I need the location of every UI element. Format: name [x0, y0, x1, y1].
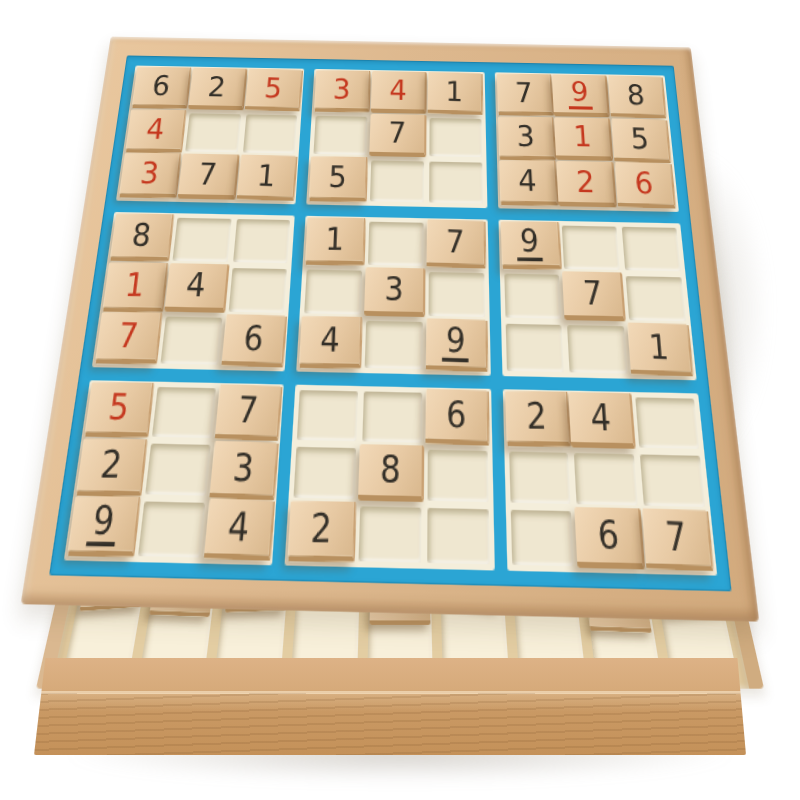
- cell-r3c3: 1: [238, 158, 294, 199]
- cell-r9c5: [359, 507, 422, 563]
- wood-grain-texture: [34, 693, 746, 755]
- cell-r5c4: [305, 269, 363, 315]
- cell-r1c8: 9: [554, 77, 608, 115]
- block-1-1: 6254371: [116, 66, 305, 205]
- cell-r6c2: [160, 317, 222, 365]
- tile-digit: 6: [151, 72, 172, 99]
- cell-r7c3: 7: [217, 388, 279, 439]
- tile-3-r1c4[interactable]: 3: [314, 70, 370, 112]
- tile-3-r8c3[interactable]: 3: [209, 440, 279, 500]
- tile-1-r1c6[interactable]: 1: [427, 72, 483, 115]
- tile-7-r7c3[interactable]: 7: [214, 384, 282, 441]
- cell-r8c1: 2: [78, 442, 145, 495]
- tile-7-r2c5[interactable]: 7: [369, 113, 426, 157]
- tile-digit: 2: [310, 509, 333, 549]
- tile-7-r9c9[interactable]: 7: [642, 508, 714, 571]
- tile-4-r2c1[interactable]: 4: [125, 109, 186, 152]
- tile-digit: 4: [145, 114, 166, 143]
- tile-7-r4c6[interactable]: 7: [426, 219, 486, 268]
- cell-r6c5: [365, 321, 423, 369]
- cell-r3c4: 5: [311, 160, 366, 202]
- cell-r7c2: [152, 387, 216, 438]
- cell-r1c4: 3: [316, 73, 369, 111]
- tile-digit: 7: [664, 516, 689, 557]
- cell-r4c3: [233, 219, 291, 263]
- tile-4-r6c4[interactable]: 4: [299, 317, 362, 369]
- tile-8-r1c9[interactable]: 8: [608, 75, 667, 118]
- tile-9-r1c8[interactable]: 9: [552, 74, 610, 117]
- tile-8-r4c1[interactable]: 8: [110, 214, 174, 262]
- tile-7-r3c2[interactable]: 7: [177, 154, 239, 200]
- cell-r6c1: 7: [97, 316, 160, 364]
- tile-digit: 3: [139, 158, 161, 188]
- cell-r2c1: 4: [127, 112, 184, 152]
- cell-r6c8: [568, 325, 628, 373]
- tile-digit: 1: [445, 77, 463, 105]
- cell-r8c7: [509, 451, 571, 504]
- block-3-1: 572394: [64, 380, 284, 565]
- cell-r5c8: 7: [565, 274, 624, 320]
- tile-2-r7c7[interactable]: 2: [504, 391, 570, 446]
- drawer-front-handle[interactable]: [34, 658, 746, 755]
- tile-digit: 3: [384, 273, 404, 306]
- tile-5-r3c4[interactable]: 5: [309, 157, 368, 202]
- cell-r1c5: 4: [373, 74, 425, 112]
- tile-7-r1c7[interactable]: 7: [496, 74, 553, 116]
- cell-r1c9: 8: [610, 79, 665, 117]
- tile-5-r7c1[interactable]: 5: [84, 382, 154, 437]
- cell-r8c5: 8: [361, 448, 422, 501]
- tile-digit: 1: [573, 122, 593, 151]
- tile-8-r8c5[interactable]: 8: [358, 444, 424, 503]
- cell-r5c2: 4: [166, 266, 226, 312]
- cell-r7c5: [362, 391, 422, 442]
- cell-r7c7: 2: [507, 395, 568, 446]
- cell-r9c9: 7: [645, 513, 712, 569]
- sudoku-grid: 6254371341757983154268147617349971572394…: [49, 55, 731, 591]
- tile-digit: 1: [255, 160, 276, 190]
- tile-7-r5c8[interactable]: 7: [562, 271, 626, 322]
- tile-digit: 8: [626, 81, 646, 109]
- cell-r8c8: [574, 453, 638, 506]
- tile-digit: 2: [575, 167, 595, 197]
- tile-3-r2c7[interactable]: 3: [497, 116, 555, 160]
- cell-r2c3: [242, 114, 297, 154]
- cell-r3c1: 3: [121, 156, 179, 197]
- tile-4-r1c5[interactable]: 4: [371, 71, 427, 113]
- tile-4-r3c7[interactable]: 4: [499, 160, 559, 205]
- tile-2-r3c8[interactable]: 2: [557, 161, 617, 207]
- cell-r7c8: 4: [571, 396, 633, 447]
- cell-r7c1: 5: [87, 386, 152, 437]
- tile-6-r1c1[interactable]: 6: [132, 67, 192, 109]
- sudoku-board: 6254371341757983154268147617349971572394…: [21, 37, 760, 622]
- cell-r2c9: 5: [614, 121, 670, 161]
- cell-r6c9: 1: [630, 327, 692, 375]
- cell-r9c6: [427, 508, 489, 564]
- tile-3-r3c1[interactable]: 3: [119, 153, 181, 198]
- tile-digit: 7: [582, 277, 603, 310]
- cell-r1c2: 2: [190, 71, 245, 109]
- tile-digit: 4: [320, 323, 341, 357]
- tile-9-r4c7[interactable]: 9: [500, 221, 561, 269]
- cell-r9c8: 6: [577, 512, 642, 568]
- cell-r2c6: [429, 118, 482, 158]
- cell-r6c4: 4: [301, 320, 360, 368]
- tile-digit: 9: [86, 501, 120, 547]
- cell-r1c3: 5: [246, 72, 300, 110]
- cell-r3c7: 4: [501, 163, 556, 205]
- tile-digit: 2: [525, 398, 547, 435]
- cell-r6c3: 6: [223, 318, 284, 366]
- block-2-2: 17349: [297, 216, 491, 376]
- tile-digit: 3: [231, 447, 255, 486]
- tile-1-r6c9[interactable]: 1: [628, 323, 694, 377]
- tile-9-r9c1[interactable]: 9: [67, 497, 140, 557]
- tile-digit: 6: [596, 515, 620, 556]
- tile-digit: 9: [567, 78, 593, 110]
- tile-digit: 3: [515, 121, 534, 150]
- tile-digit: 1: [325, 223, 345, 255]
- cell-r2c5: 7: [371, 117, 424, 157]
- tile-digit: 4: [589, 399, 612, 436]
- cell-r7c6: 6: [428, 393, 487, 444]
- tile-digit: 9: [516, 225, 543, 261]
- tile-digit: 6: [634, 168, 655, 198]
- block-2-3: 971: [498, 220, 697, 381]
- tile-7-r6c1[interactable]: 7: [95, 312, 163, 364]
- cell-r1c6: 1: [429, 75, 480, 113]
- tile-digit: 4: [389, 76, 407, 104]
- tile-digit: 8: [130, 219, 153, 250]
- cell-r8c9: [640, 454, 705, 507]
- tile-2-r8c1[interactable]: 2: [76, 438, 148, 496]
- tile-digit: 1: [648, 329, 671, 364]
- tile-digit: 4: [517, 166, 537, 196]
- product-photo-sudoku-set: 6254371341757983154268147617349971572394…: [0, 0, 800, 800]
- cell-r5c5: 3: [366, 270, 423, 316]
- tile-1-r2c8[interactable]: 1: [554, 117, 613, 161]
- tile-6-r6c3[interactable]: 6: [221, 314, 287, 368]
- tile-4-r5c2[interactable]: 4: [164, 263, 229, 314]
- tile-digit: 9: [442, 322, 469, 362]
- cell-r3c8: 2: [559, 164, 615, 206]
- cell-r9c1: 9: [70, 500, 138, 555]
- tile-6-r9c8[interactable]: 6: [575, 507, 646, 569]
- cell-r2c2: [185, 113, 241, 153]
- tile-4-r7c8[interactable]: 4: [569, 392, 636, 448]
- tile-1-r3c3[interactable]: 1: [236, 155, 297, 202]
- tile-6-r3c9[interactable]: 6: [615, 162, 676, 209]
- tile-4-r9c3[interactable]: 4: [203, 499, 275, 562]
- tile-digit: 5: [106, 389, 131, 425]
- cell-r1c1: 6: [134, 70, 190, 108]
- cell-r5c9: [626, 276, 686, 322]
- cell-r9c2: [138, 502, 205, 558]
- cell-r4c7: 9: [503, 224, 559, 268]
- block-3-3: 2467: [502, 389, 717, 575]
- cell-r6c7: [505, 324, 564, 372]
- cell-r3c5: [370, 161, 424, 203]
- tile-digit: 5: [263, 74, 283, 102]
- cell-r5c3: [228, 268, 287, 314]
- cell-r4c8: [562, 226, 620, 270]
- cell-r8c4: [294, 446, 356, 499]
- tile-digit: 6: [446, 396, 466, 433]
- block-2-1: 81476: [92, 212, 295, 371]
- tile-3-r5c5[interactable]: 3: [364, 267, 425, 318]
- cell-r5c6: [428, 272, 484, 318]
- cell-r8c2: [145, 443, 210, 496]
- cell-r4c5: [368, 222, 423, 266]
- tile-digit: 7: [388, 119, 407, 148]
- cell-r4c9: [622, 227, 681, 271]
- cell-r7c4: [297, 390, 358, 441]
- tile-9-r6c6[interactable]: 9: [425, 318, 487, 372]
- cell-r3c6: [429, 162, 483, 204]
- cell-r9c3: 4: [206, 503, 272, 559]
- cell-r5c1: 1: [105, 265, 166, 311]
- cell-r6c6: 9: [428, 323, 486, 371]
- tile-5-r1c3[interactable]: 5: [244, 68, 303, 111]
- tile-digit: 2: [99, 445, 124, 483]
- tile-digit: 2: [207, 73, 227, 101]
- tile-digit: 7: [445, 225, 464, 257]
- tile-digit: 7: [197, 159, 218, 189]
- block-1-3: 798315426: [494, 72, 679, 212]
- tile-digit: 3: [333, 75, 352, 103]
- tile-2-r1c2[interactable]: 2: [188, 68, 247, 110]
- tile-digit: 7: [236, 391, 259, 428]
- cell-r8c6: [427, 449, 488, 502]
- tile-digit: 7: [116, 318, 140, 352]
- cell-r9c7: [510, 510, 574, 566]
- tile-1-r5c1[interactable]: 1: [102, 262, 168, 312]
- cell-r4c2: [172, 218, 231, 262]
- tile-digit: 1: [123, 268, 146, 301]
- cell-r4c4: 1: [307, 220, 363, 264]
- cell-r2c4: [314, 115, 368, 155]
- tile-digit: 5: [328, 162, 347, 192]
- cell-r3c2: 7: [180, 157, 237, 198]
- tile-5-r2c9[interactable]: 5: [611, 118, 671, 163]
- cell-r2c8: 1: [557, 120, 612, 160]
- cell-r1c7: 7: [499, 76, 552, 114]
- tile-1-r4c4[interactable]: 1: [305, 217, 366, 265]
- tile-digit: 8: [379, 451, 400, 490]
- cell-r2c7: 3: [500, 119, 554, 159]
- cell-r4c6: 7: [429, 223, 484, 267]
- cell-r4c1: 8: [112, 217, 172, 261]
- tile-digit: 4: [226, 506, 251, 547]
- tile-6-r7c6[interactable]: 6: [425, 388, 489, 445]
- tile-digit: 6: [242, 321, 265, 356]
- tile-digit: 7: [514, 79, 533, 107]
- cell-r5c7: [504, 273, 562, 319]
- cell-r7c9: [636, 397, 700, 448]
- cell-r9c4: 2: [290, 505, 354, 561]
- block-3-2: 682: [285, 385, 494, 571]
- block-1-2: 34175: [307, 69, 487, 208]
- tile-digit: 5: [630, 123, 650, 152]
- tile-2-r9c4[interactable]: 2: [288, 501, 357, 562]
- tile-digit: 4: [185, 269, 208, 302]
- cell-r8c3: 3: [211, 445, 275, 498]
- cell-r3c9: 6: [617, 166, 674, 208]
- board-wood-frame: 6254371341757983154268147617349971572394…: [21, 37, 760, 622]
